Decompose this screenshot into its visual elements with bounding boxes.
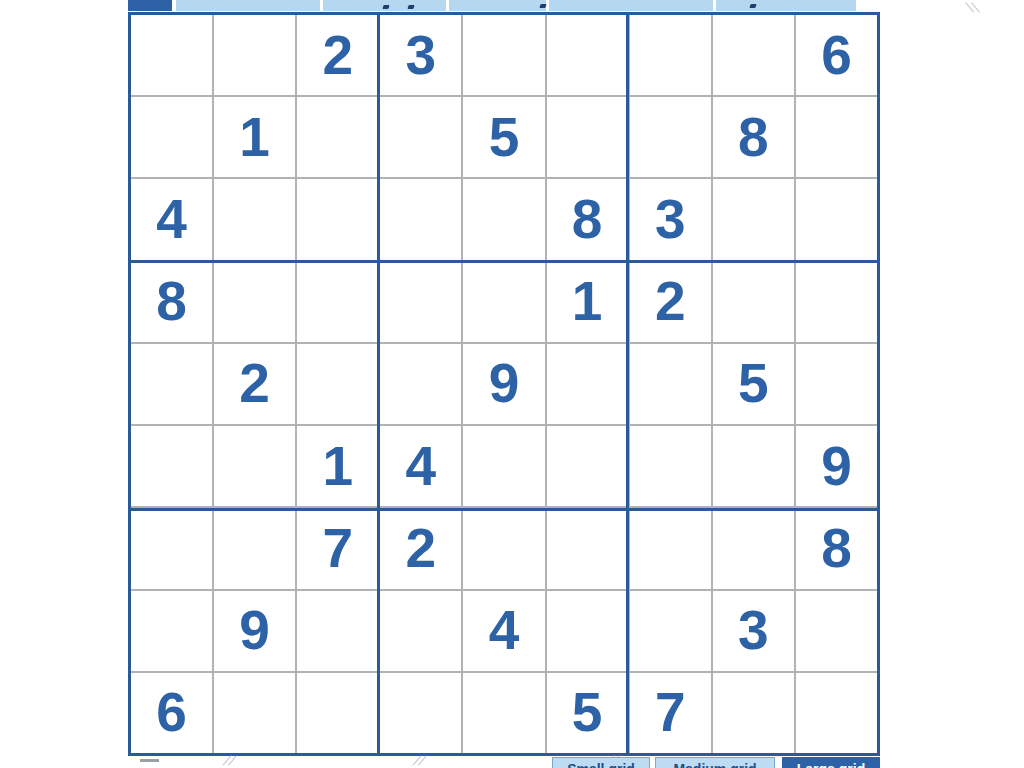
- cell-r2c2[interactable]: 1: [214, 97, 295, 177]
- cell-r9c2[interactable]: [214, 673, 295, 753]
- cell-r8c7[interactable]: [630, 591, 711, 671]
- cell-r3c4[interactable]: [380, 179, 461, 259]
- cell-r7c8[interactable]: [713, 508, 794, 588]
- cell-r1c9[interactable]: 6: [796, 15, 877, 95]
- cell-r2c5[interactable]: 5: [463, 97, 544, 177]
- tab-4[interactable]: [449, 0, 546, 11]
- tab-6[interactable]: [716, 0, 856, 11]
- cell-r3c9[interactable]: [796, 179, 877, 259]
- cell-r5c4[interactable]: [380, 344, 461, 424]
- cell-r5c3[interactable]: [297, 344, 378, 424]
- cell-r4c8[interactable]: [713, 262, 794, 342]
- cell-r6c3[interactable]: 1: [297, 426, 378, 506]
- cell-r1c4[interactable]: 3: [380, 15, 461, 95]
- cell-r9c9[interactable]: [796, 673, 877, 753]
- cell-r7c3[interactable]: 7: [297, 508, 378, 588]
- cell-r2c6[interactable]: [547, 97, 628, 177]
- cell-r2c1[interactable]: [131, 97, 212, 177]
- cell-r3c8[interactable]: [713, 179, 794, 259]
- top-tab-strip: [0, 0, 1024, 12]
- cell-r4c9[interactable]: [796, 262, 877, 342]
- cell-r4c3[interactable]: [297, 262, 378, 342]
- cell-r1c5[interactable]: [463, 15, 544, 95]
- cell-r5c7[interactable]: [630, 344, 711, 424]
- cell-r1c2[interactable]: [214, 15, 295, 95]
- tab-2[interactable]: [176, 0, 320, 11]
- cell-r5c1[interactable]: [131, 344, 212, 424]
- cell-r9c6[interactable]: 5: [547, 673, 628, 753]
- cell-r3c2[interactable]: [214, 179, 295, 259]
- cell-r8c2[interactable]: 9: [214, 591, 295, 671]
- cell-r8c8[interactable]: 3: [713, 591, 794, 671]
- cell-r1c6[interactable]: [547, 15, 628, 95]
- cell-r4c1[interactable]: 8: [131, 262, 212, 342]
- medium-grid-button[interactable]: Medium grid: [655, 757, 775, 768]
- cell-r4c5[interactable]: [463, 262, 544, 342]
- tab-5[interactable]: [549, 0, 713, 11]
- cell-r3c5[interactable]: [463, 179, 544, 259]
- cell-r8c6[interactable]: [547, 591, 628, 671]
- cell-r7c9[interactable]: 8: [796, 508, 877, 588]
- box-divider-horizontal-2: [131, 508, 877, 511]
- cell-r2c7[interactable]: [630, 97, 711, 177]
- cell-r9c5[interactable]: [463, 673, 544, 753]
- cell-r5c9[interactable]: [796, 344, 877, 424]
- tab-1[interactable]: [128, 0, 172, 11]
- cell-r4c7[interactable]: 2: [630, 262, 711, 342]
- cell-r7c7[interactable]: [630, 508, 711, 588]
- small-grid-button[interactable]: Small grid: [552, 757, 650, 768]
- cell-r7c2[interactable]: [214, 508, 295, 588]
- cell-r6c9[interactable]: 9: [796, 426, 877, 506]
- cell-r1c3[interactable]: 2: [297, 15, 378, 95]
- cell-r8c9[interactable]: [796, 591, 877, 671]
- cell-r5c2[interactable]: 2: [214, 344, 295, 424]
- cell-r1c1[interactable]: [131, 15, 212, 95]
- cell-r8c1[interactable]: [131, 591, 212, 671]
- cell-r8c5[interactable]: 4: [463, 591, 544, 671]
- cell-r2c8[interactable]: 8: [713, 97, 794, 177]
- cell-r5c8[interactable]: 5: [713, 344, 794, 424]
- cell-r7c5[interactable]: [463, 508, 544, 588]
- cell-r8c4[interactable]: [380, 591, 461, 671]
- cell-r2c4[interactable]: [380, 97, 461, 177]
- cell-r3c1[interactable]: 4: [131, 179, 212, 259]
- cell-r3c3[interactable]: [297, 179, 378, 259]
- large-grid-button[interactable]: Large grid: [782, 757, 880, 768]
- cell-r6c5[interactable]: [463, 426, 544, 506]
- cell-r5c6[interactable]: [547, 344, 628, 424]
- cell-r4c6[interactable]: 1: [547, 262, 628, 342]
- cell-r7c4[interactable]: 2: [380, 508, 461, 588]
- cell-r6c4[interactable]: 4: [380, 426, 461, 506]
- sudoku-board: 236158483812295149728943657: [128, 12, 880, 756]
- cell-r9c4[interactable]: [380, 673, 461, 753]
- cell-r3c7[interactable]: 3: [630, 179, 711, 259]
- cell-r4c2[interactable]: [214, 262, 295, 342]
- cell-r6c1[interactable]: [131, 426, 212, 506]
- cell-r2c3[interactable]: [297, 97, 378, 177]
- box-divider-horizontal-1: [131, 260, 877, 263]
- cell-r7c1[interactable]: [131, 508, 212, 588]
- cell-r6c6[interactable]: [547, 426, 628, 506]
- cell-r1c8[interactable]: [713, 15, 794, 95]
- cell-r3c6[interactable]: 8: [547, 179, 628, 259]
- cell-r5c5[interactable]: 9: [463, 344, 544, 424]
- cell-r2c9[interactable]: [796, 97, 877, 177]
- cell-r6c2[interactable]: [214, 426, 295, 506]
- stray-mark: [140, 759, 159, 762]
- cell-r9c1[interactable]: 6: [131, 673, 212, 753]
- cell-r6c8[interactable]: [713, 426, 794, 506]
- cell-r7c6[interactable]: [547, 508, 628, 588]
- cell-r9c3[interactable]: [297, 673, 378, 753]
- cell-r9c8[interactable]: [713, 673, 794, 753]
- cell-r8c3[interactable]: [297, 591, 378, 671]
- cell-r6c7[interactable]: [630, 426, 711, 506]
- cell-r1c7[interactable]: [630, 15, 711, 95]
- cell-r4c4[interactable]: [380, 262, 461, 342]
- cell-r9c7[interactable]: 7: [630, 673, 711, 753]
- sudoku-print-page: 236158483812295149728943657 // // // \\ …: [0, 0, 1024, 768]
- box-divider-vertical-1: [377, 15, 380, 753]
- box-divider-vertical-2: [626, 15, 629, 753]
